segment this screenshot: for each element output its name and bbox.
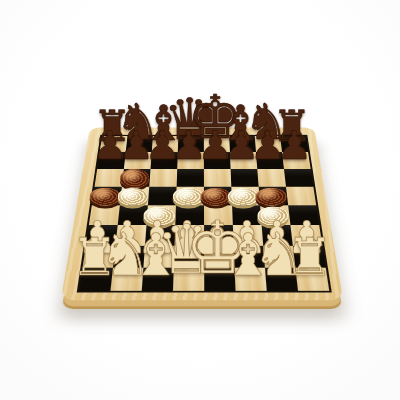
checker-brown-g5[interactable] [256, 187, 287, 206]
checker-brown-a5[interactable] [90, 187, 121, 206]
piece-light-rook-h1[interactable]: ♜ [287, 232, 333, 284]
pieces-layer: ♜♞♝♛♚♝♞♜♟♟♟♟♟♟♟♟♟♟♟♟♟♟♟♟♜♞♝♛♚♝♞♜ [0, 0, 400, 400]
piece-dark-pawn-h7[interactable]: ♟ [276, 125, 311, 164]
checker-brown-b6[interactable] [120, 169, 150, 187]
product-photo: ♜♞♝♛♚♝♞♜♟♟♟♟♟♟♟♟♟♟♟♟♟♟♟♟♜♞♝♛♚♝♞♜ [0, 0, 400, 400]
checker-cream-d5[interactable] [173, 187, 204, 206]
checker-brown-e5[interactable] [201, 187, 232, 206]
checker-cream-b5[interactable] [118, 187, 149, 206]
checker-cream-f5[interactable] [228, 187, 259, 206]
